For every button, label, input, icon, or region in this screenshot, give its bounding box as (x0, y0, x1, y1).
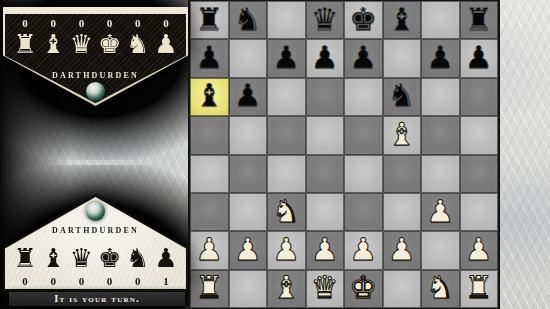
square-g1[interactable]: ♞ (421, 270, 460, 308)
black-pawn: ♟ (234, 80, 262, 111)
square-e2[interactable]: ♟ (344, 231, 383, 269)
white-bishop: ♝ (272, 272, 300, 303)
captured-bishop-count: 0 (39, 275, 67, 287)
square-f5[interactable]: ♝ (383, 116, 422, 154)
square-f1[interactable] (383, 270, 422, 308)
square-f4[interactable] (383, 155, 422, 193)
square-d4[interactable] (306, 155, 345, 193)
square-h1[interactable]: ♜ (460, 270, 499, 308)
black-queen-icon: ♛ (67, 243, 95, 273)
square-a5[interactable] (190, 116, 229, 154)
black-rook: ♜ (465, 4, 493, 35)
square-a1[interactable]: ♜ (190, 270, 229, 308)
globe-avatar-icon (86, 202, 105, 221)
white-rook: ♜ (465, 272, 493, 303)
white-pawn: ♟ (426, 196, 454, 227)
black-knight: ♞ (234, 4, 262, 35)
square-d7[interactable]: ♟ (306, 39, 345, 77)
black-pawn: ♟ (465, 42, 493, 73)
globe-avatar-icon (86, 82, 105, 101)
turn-status-text: It is your turn. (54, 292, 140, 306)
square-b5[interactable] (229, 116, 268, 154)
white-pawn: ♟ (234, 234, 262, 265)
square-h7[interactable]: ♟ (460, 39, 499, 77)
captured-pieces-row: ♜♝♛♚♞♟ (11, 29, 180, 59)
square-e4[interactable] (344, 155, 383, 193)
square-c6[interactable] (267, 78, 306, 116)
square-e6[interactable] (344, 78, 383, 116)
black-bishop: ♝ (195, 80, 223, 111)
black-queen: ♛ (311, 4, 339, 35)
square-g8[interactable] (421, 1, 460, 39)
square-h8[interactable]: ♜ (460, 1, 499, 39)
black-bishop-icon: ♝ (39, 243, 67, 273)
black-bishop: ♝ (388, 4, 416, 35)
square-c8[interactable] (267, 1, 306, 39)
square-f2[interactable]: ♟ (383, 231, 422, 269)
square-a8[interactable]: ♜ (190, 1, 229, 39)
square-b7[interactable] (229, 39, 268, 77)
square-d2[interactable]: ♟ (306, 231, 345, 269)
black-knight: ♞ (388, 80, 416, 111)
square-g3[interactable]: ♟ (421, 193, 460, 231)
square-b8[interactable]: ♞ (229, 1, 268, 39)
square-h6[interactable] (460, 78, 499, 116)
square-a7[interactable]: ♟ (190, 39, 229, 77)
black-pawn: ♟ (272, 42, 300, 73)
square-h5[interactable] (460, 116, 499, 154)
player-name-bottom: DARTHDURDEN (3, 226, 188, 235)
square-b6[interactable]: ♟ (229, 78, 268, 116)
board-frame: ♜♞♛♚♝♜♟♟♟♟♟♟♝♟♞♝♞♟♟♟♟♟♟♟♟♜♝♛♚♞♜ (188, 0, 500, 309)
black-pawn: ♟ (426, 42, 454, 73)
square-g6[interactable] (421, 78, 460, 116)
captured-pieces-row: ♜♝♛♚♞♟ (11, 243, 180, 273)
white-knight-icon: ♞ (124, 29, 152, 59)
captured-pawn-count: 1 (152, 275, 180, 287)
square-h2[interactable]: ♟ (460, 231, 499, 269)
square-h4[interactable] (460, 155, 499, 193)
square-e5[interactable] (344, 116, 383, 154)
square-d1[interactable]: ♛ (306, 270, 345, 308)
white-pawn: ♟ (272, 234, 300, 265)
square-b1[interactable] (229, 270, 268, 308)
white-bishop: ♝ (388, 119, 416, 150)
square-g5[interactable] (421, 116, 460, 154)
square-c3[interactable]: ♞ (267, 193, 306, 231)
white-pawn: ♟ (195, 234, 223, 265)
square-c5[interactable] (267, 116, 306, 154)
white-pawn: ♟ (349, 234, 377, 265)
captured-rook-count: 0 (11, 275, 39, 287)
square-d5[interactable] (306, 116, 345, 154)
white-pawn: ♟ (388, 234, 416, 265)
square-b3[interactable] (229, 193, 268, 231)
white-king: ♚ (349, 272, 377, 303)
black-rook-icon: ♜ (11, 243, 39, 273)
square-e1[interactable]: ♚ (344, 270, 383, 308)
chess-app: 000000 ♜♝♛♚♞♟ DARTHDURDEN DARTHDURDEN ♜♝… (0, 0, 550, 309)
square-d3[interactable] (306, 193, 345, 231)
captured-knight-count: 0 (124, 275, 152, 287)
square-g7[interactable]: ♟ (421, 39, 460, 77)
square-f8[interactable]: ♝ (383, 1, 422, 39)
square-e8[interactable]: ♚ (344, 1, 383, 39)
black-knight-icon: ♞ (124, 243, 152, 273)
captured-counts-row: 000001 (11, 275, 180, 287)
square-c1[interactable]: ♝ (267, 270, 306, 308)
square-e7[interactable]: ♟ (344, 39, 383, 77)
square-c4[interactable] (267, 155, 306, 193)
white-pawn: ♟ (465, 234, 493, 265)
white-knight: ♞ (272, 196, 300, 227)
square-b2[interactable]: ♟ (229, 231, 268, 269)
square-h3[interactable] (460, 193, 499, 231)
white-rook: ♜ (195, 272, 223, 303)
white-rook-icon: ♜ (11, 29, 39, 59)
black-king: ♚ (349, 4, 377, 35)
black-pawn: ♟ (349, 42, 377, 73)
white-king-icon: ♚ (96, 29, 124, 59)
player-panel-bottom: DARTHDURDEN ♜♝♛♚♞♟ 000001 (3, 194, 188, 291)
white-knight: ♞ (426, 272, 454, 303)
captured-queen-count: 0 (67, 275, 95, 287)
black-king-icon: ♚ (96, 243, 124, 273)
square-a3[interactable] (190, 193, 229, 231)
white-pawn: ♟ (311, 234, 339, 265)
black-pawn: ♟ (311, 42, 339, 73)
black-pawn: ♟ (195, 42, 223, 73)
square-a6[interactable]: ♝ (190, 78, 229, 116)
square-b4[interactable] (229, 155, 268, 193)
chess-board: ♜♞♛♚♝♜♟♟♟♟♟♟♝♟♞♝♞♟♟♟♟♟♟♟♟♜♝♛♚♞♜ (190, 1, 498, 308)
square-g4[interactable] (421, 155, 460, 193)
square-f7[interactable] (383, 39, 422, 77)
square-c2[interactable]: ♟ (267, 231, 306, 269)
square-f6[interactable]: ♞ (383, 78, 422, 116)
turn-status-bar: It is your turn. (9, 292, 185, 306)
square-g2[interactable] (421, 231, 460, 269)
black-rook: ♜ (195, 4, 223, 35)
black-pawn-icon: ♟ (152, 243, 180, 273)
white-bishop-icon: ♝ (39, 29, 67, 59)
player-panel-top: 000000 ♜♝♛♚♞♟ DARTHDURDEN (3, 7, 188, 106)
captured-king-count: 0 (96, 275, 124, 287)
square-d8[interactable]: ♛ (306, 1, 345, 39)
white-queen-icon: ♛ (67, 29, 95, 59)
white-pawn-icon: ♟ (152, 29, 180, 59)
white-queen: ♛ (311, 272, 339, 303)
player-name-top: DARTHDURDEN (3, 71, 188, 80)
square-c7[interactable]: ♟ (267, 39, 306, 77)
square-a2[interactable]: ♟ (190, 231, 229, 269)
square-a4[interactable] (190, 155, 229, 193)
square-e3[interactable] (344, 193, 383, 231)
square-d6[interactable] (306, 78, 345, 116)
square-f3[interactable] (383, 193, 422, 231)
